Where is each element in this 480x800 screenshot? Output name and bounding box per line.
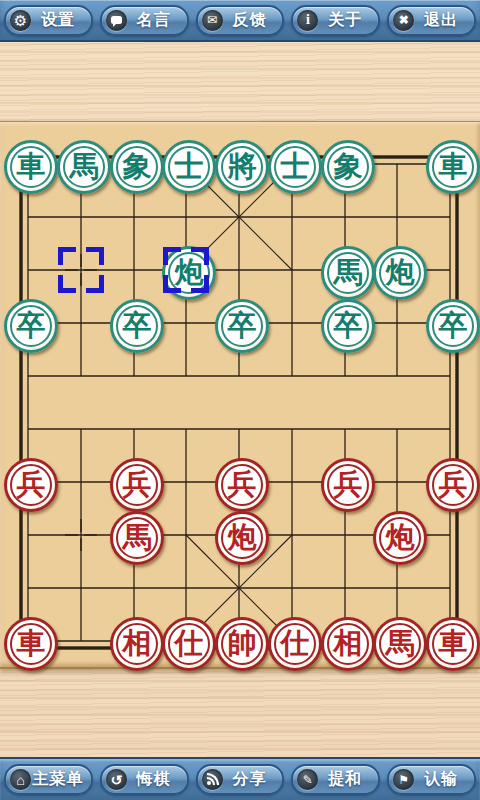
envelope-icon: ✉ bbox=[202, 10, 223, 31]
flag-icon: ⚑ bbox=[393, 769, 414, 790]
piece-black-cannon[interactable]: 炮 bbox=[162, 246, 216, 300]
share-label: 分享 bbox=[223, 769, 283, 790]
xiangqi-board[interactable]: 車馬象士將士象車炮馬炮卒卒卒卒卒兵兵兵兵兵馬炮炮車相仕帥仕相馬車 bbox=[0, 121, 480, 669]
exit-label: 退出 bbox=[414, 10, 474, 31]
piece-black-advisor[interactable]: 士 bbox=[162, 140, 216, 194]
piece-char: 炮 bbox=[386, 523, 415, 552]
piece-black-soldier[interactable]: 卒 bbox=[4, 299, 58, 353]
bottom-toolbar: ⌂主菜单↺悔棋分享✎提和⚑认输 bbox=[0, 757, 480, 800]
piece-black-advisor[interactable]: 士 bbox=[268, 140, 322, 194]
piece-black-chariot[interactable]: 車 bbox=[4, 140, 58, 194]
piece-char: 兵 bbox=[17, 470, 46, 499]
piece-char: 馬 bbox=[70, 152, 99, 181]
piece-red-soldier[interactable]: 兵 bbox=[4, 458, 58, 512]
piece-char: 車 bbox=[439, 152, 468, 181]
about-label: 关于 bbox=[318, 10, 378, 31]
piece-char: 士 bbox=[281, 152, 310, 181]
piece-red-soldier[interactable]: 兵 bbox=[426, 458, 480, 512]
piece-char: 仕 bbox=[175, 629, 204, 658]
piece-char: 車 bbox=[439, 629, 468, 658]
piece-char: 兵 bbox=[439, 470, 468, 499]
piece-black-general[interactable]: 將 bbox=[215, 140, 269, 194]
piece-red-horse[interactable]: 馬 bbox=[110, 511, 164, 565]
piece-char: 將 bbox=[228, 152, 257, 181]
piece-red-soldier[interactable]: 兵 bbox=[215, 458, 269, 512]
quotes-button[interactable]: 名言 bbox=[100, 5, 189, 36]
piece-char: 相 bbox=[334, 629, 363, 658]
resign-button[interactable]: ⚑认输 bbox=[387, 764, 476, 795]
settings-button[interactable]: ⚙设置 bbox=[4, 5, 93, 36]
piece-char: 馬 bbox=[334, 258, 363, 287]
piece-red-chariot[interactable]: 車 bbox=[426, 617, 480, 671]
settings-label: 设置 bbox=[31, 10, 91, 31]
piece-red-elephant[interactable]: 相 bbox=[110, 617, 164, 671]
speech-bubble-icon bbox=[106, 10, 127, 31]
about-button[interactable]: i关于 bbox=[291, 5, 380, 36]
quotes-label: 名言 bbox=[127, 10, 187, 31]
main-menu-label: 主菜单 bbox=[31, 769, 91, 790]
piece-black-cannon[interactable]: 炮 bbox=[373, 246, 427, 300]
pencil-icon: ✎ bbox=[297, 769, 318, 790]
piece-red-cannon[interactable]: 炮 bbox=[215, 511, 269, 565]
piece-char: 仕 bbox=[281, 629, 310, 658]
piece-char: 車 bbox=[17, 629, 46, 658]
piece-char: 炮 bbox=[175, 258, 204, 287]
piece-black-chariot[interactable]: 車 bbox=[426, 140, 480, 194]
piece-char: 馬 bbox=[386, 629, 415, 658]
piece-red-advisor[interactable]: 仕 bbox=[162, 617, 216, 671]
info-icon: i bbox=[297, 10, 318, 31]
piece-red-general[interactable]: 帥 bbox=[215, 617, 269, 671]
board-grid bbox=[0, 122, 480, 667]
home-icon: ⌂ bbox=[10, 769, 31, 790]
piece-black-soldier[interactable]: 卒 bbox=[321, 299, 375, 353]
piece-red-elephant[interactable]: 相 bbox=[321, 617, 375, 671]
resign-label: 认输 bbox=[414, 769, 474, 790]
share-icon bbox=[202, 769, 223, 790]
top-toolbar: ⚙设置名言✉反馈i关于✖退出 bbox=[0, 0, 480, 42]
piece-char: 炮 bbox=[386, 258, 415, 287]
piece-char: 帥 bbox=[228, 629, 257, 658]
piece-red-soldier[interactable]: 兵 bbox=[321, 458, 375, 512]
piece-red-soldier[interactable]: 兵 bbox=[110, 458, 164, 512]
exit-button[interactable]: ✖退出 bbox=[387, 5, 476, 36]
piece-char: 兵 bbox=[123, 470, 152, 499]
gear-icon: ⚙ bbox=[10, 10, 31, 31]
piece-red-chariot[interactable]: 車 bbox=[4, 617, 58, 671]
offer-draw-button[interactable]: ✎提和 bbox=[291, 764, 380, 795]
piece-red-cannon[interactable]: 炮 bbox=[373, 511, 427, 565]
offer-draw-label: 提和 bbox=[318, 769, 378, 790]
main-menu-button[interactable]: ⌂主菜单 bbox=[4, 764, 93, 795]
piece-char: 車 bbox=[17, 152, 46, 181]
piece-char: 卒 bbox=[228, 311, 257, 340]
piece-char: 卒 bbox=[439, 311, 468, 340]
piece-char: 象 bbox=[123, 152, 152, 181]
piece-char: 兵 bbox=[228, 470, 257, 499]
piece-char: 卒 bbox=[334, 311, 363, 340]
feedback-label: 反馈 bbox=[223, 10, 283, 31]
piece-red-horse[interactable]: 馬 bbox=[373, 617, 427, 671]
piece-black-elephant[interactable]: 象 bbox=[321, 140, 375, 194]
piece-black-horse[interactable]: 馬 bbox=[57, 140, 111, 194]
piece-char: 相 bbox=[123, 629, 152, 658]
undo-move-button[interactable]: ↺悔棋 bbox=[100, 764, 189, 795]
piece-char: 士 bbox=[175, 152, 204, 181]
piece-char: 卒 bbox=[123, 311, 152, 340]
undo-icon: ↺ bbox=[106, 769, 127, 790]
undo-move-label: 悔棋 bbox=[127, 769, 187, 790]
piece-char: 兵 bbox=[334, 470, 363, 499]
piece-black-soldier[interactable]: 卒 bbox=[426, 299, 480, 353]
close-icon: ✖ bbox=[393, 10, 414, 31]
piece-red-advisor[interactable]: 仕 bbox=[268, 617, 322, 671]
piece-char: 象 bbox=[334, 152, 363, 181]
share-button[interactable]: 分享 bbox=[196, 764, 285, 795]
piece-char: 卒 bbox=[17, 311, 46, 340]
piece-char: 馬 bbox=[123, 523, 152, 552]
piece-black-soldier[interactable]: 卒 bbox=[110, 299, 164, 353]
piece-char: 炮 bbox=[228, 523, 257, 552]
feedback-button[interactable]: ✉反馈 bbox=[196, 5, 285, 36]
piece-black-horse[interactable]: 馬 bbox=[321, 246, 375, 300]
piece-black-soldier[interactable]: 卒 bbox=[215, 299, 269, 353]
piece-black-elephant[interactable]: 象 bbox=[110, 140, 164, 194]
